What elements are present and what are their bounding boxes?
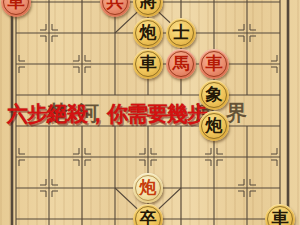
piece-black-advisor[interactable]: 士 <box>166 18 196 48</box>
piece-red-soldier[interactable]: 兵 <box>100 0 130 17</box>
piece-glyph: 兵 <box>100 0 130 16</box>
piece-red-horse[interactable]: 馬 <box>166 49 196 79</box>
piece-glyph: 士 <box>166 18 196 47</box>
piece-red-chariot[interactable]: 車 <box>1 0 31 17</box>
piece-black-elephant[interactable]: 象 <box>199 80 229 110</box>
piece-black-cannon[interactable]: 炮 <box>199 111 229 141</box>
piece-black-chariot[interactable]: 車 <box>265 204 295 225</box>
xiangqi-board[interactable]: 楚河 漢界 六步絕殺，你需要幾步 車兵將炮士車馬車象炮炮卒車 <box>0 0 300 225</box>
piece-red-cannon[interactable]: 炮 <box>133 173 163 203</box>
piece-glyph: 象 <box>199 80 229 109</box>
piece-glyph: 馬 <box>166 49 196 78</box>
piece-glyph: 炮 <box>133 18 163 47</box>
piece-glyph: 卒 <box>133 204 163 225</box>
piece-glyph: 將 <box>133 0 163 16</box>
piece-black-general[interactable]: 將 <box>133 0 163 17</box>
piece-glyph: 車 <box>133 49 163 78</box>
piece-glyph: 車 <box>265 204 295 225</box>
puzzle-caption: 六步絕殺，你需要幾步 <box>7 100 207 128</box>
piece-black-soldier[interactable]: 卒 <box>133 204 163 225</box>
piece-glyph: 車 <box>1 0 31 16</box>
piece-glyph: 車 <box>199 49 229 78</box>
piece-red-chariot[interactable]: 車 <box>199 49 229 79</box>
piece-black-chariot[interactable]: 車 <box>133 49 163 79</box>
piece-glyph: 炮 <box>133 173 163 202</box>
piece-black-cannon[interactable]: 炮 <box>133 18 163 48</box>
piece-glyph: 炮 <box>199 111 229 140</box>
